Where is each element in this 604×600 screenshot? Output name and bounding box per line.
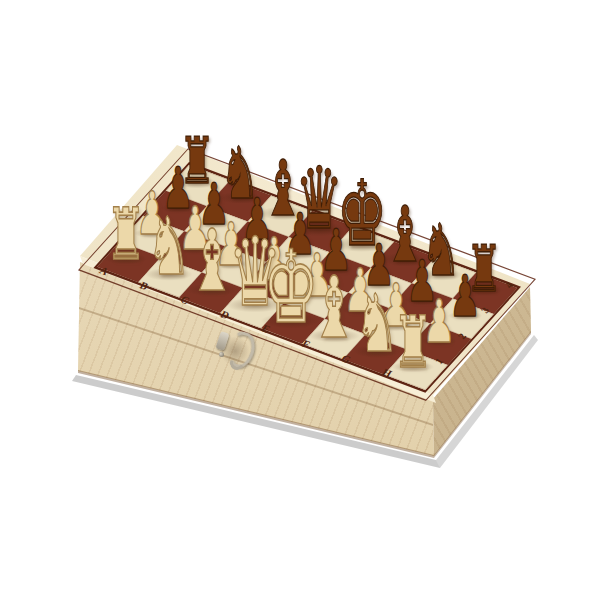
piece-light-rook: ♜ xyxy=(393,307,433,378)
chess-box-product-photo: ABCDEFGH 1234 ♜♞♝♛♚♝♞♜♟♟♟♟♟♟♟♟♟♟♟♟♟♟♟♟♜♞… xyxy=(0,0,604,600)
piece-light-rook: ♜ xyxy=(106,199,146,270)
piece-light-bishop: ♝ xyxy=(310,264,358,349)
piece-light-knight: ♞ xyxy=(147,207,191,287)
clasp xyxy=(210,326,260,374)
clasp-screw xyxy=(219,352,224,357)
